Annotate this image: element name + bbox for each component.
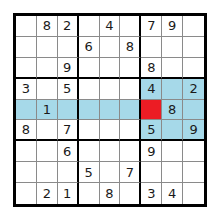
cell-r5c9[interactable] [183, 100, 204, 121]
cell-r9c9[interactable] [183, 183, 204, 204]
cell-r2c6[interactable]: 8 [120, 37, 141, 58]
cell-r4c6[interactable] [120, 79, 141, 100]
cell-r3c1[interactable] [16, 58, 37, 79]
cell-r1c6[interactable] [120, 16, 141, 37]
cell-r9c7[interactable]: 3 [141, 183, 162, 204]
sudoku-page: 8247968983542188759695721834 [0, 0, 220, 219]
cell-r6c4[interactable] [79, 120, 100, 141]
cell-r2c5[interactable] [100, 37, 121, 58]
cell-r7c5[interactable] [100, 141, 121, 162]
cell-r7c7[interactable]: 9 [141, 141, 162, 162]
cell-r9c4[interactable] [79, 183, 100, 204]
cell-r5c8[interactable]: 8 [162, 100, 183, 121]
cell-r8c6[interactable]: 7 [120, 162, 141, 183]
cell-r8c4[interactable]: 5 [79, 162, 100, 183]
cell-r3c3[interactable]: 9 [58, 58, 79, 79]
cell-r4c8[interactable] [162, 79, 183, 100]
cell-r9c5[interactable]: 8 [100, 183, 121, 204]
sudoku-board: 8247968983542188759695721834 [13, 13, 207, 207]
cell-r5c5[interactable] [100, 100, 121, 121]
cell-r3c4[interactable] [79, 58, 100, 79]
cell-r1c2[interactable]: 8 [37, 16, 58, 37]
cell-r4c1[interactable]: 3 [16, 79, 37, 100]
cell-r2c4[interactable]: 6 [79, 37, 100, 58]
cell-r6c3[interactable]: 7 [58, 120, 79, 141]
cell-r9c1[interactable] [16, 183, 37, 204]
cell-r2c8[interactable] [162, 37, 183, 58]
cell-r2c7[interactable] [141, 37, 162, 58]
cell-r8c7[interactable] [141, 162, 162, 183]
cell-r2c3[interactable] [58, 37, 79, 58]
cell-r8c2[interactable] [37, 162, 58, 183]
cell-r6c9[interactable]: 9 [183, 120, 204, 141]
cell-r8c3[interactable] [58, 162, 79, 183]
cell-r3c9[interactable] [183, 58, 204, 79]
cell-r3c8[interactable] [162, 58, 183, 79]
cell-r2c9[interactable] [183, 37, 204, 58]
cell-r3c6[interactable] [120, 58, 141, 79]
cell-r7c2[interactable] [37, 141, 58, 162]
cell-r5c1[interactable] [16, 100, 37, 121]
cell-r5c2[interactable]: 1 [37, 100, 58, 121]
cell-r1c8[interactable]: 9 [162, 16, 183, 37]
cell-r4c7[interactable]: 4 [141, 79, 162, 100]
cell-r1c7[interactable]: 7 [141, 16, 162, 37]
cell-r3c2[interactable] [37, 58, 58, 79]
cell-r3c5[interactable] [100, 58, 121, 79]
cell-r5c7[interactable] [141, 100, 162, 121]
cell-r8c5[interactable] [100, 162, 121, 183]
cell-r4c2[interactable] [37, 79, 58, 100]
cell-r1c9[interactable] [183, 16, 204, 37]
cell-r6c1[interactable]: 8 [16, 120, 37, 141]
cell-r9c8[interactable]: 4 [162, 183, 183, 204]
cell-r6c7[interactable]: 5 [141, 120, 162, 141]
cell-r7c9[interactable] [183, 141, 204, 162]
cell-r8c9[interactable] [183, 162, 204, 183]
cell-r6c5[interactable] [100, 120, 121, 141]
cell-r4c9[interactable]: 2 [183, 79, 204, 100]
cell-r1c3[interactable]: 2 [58, 16, 79, 37]
cell-r6c8[interactable] [162, 120, 183, 141]
cell-r9c2[interactable]: 2 [37, 183, 58, 204]
cell-r6c2[interactable] [37, 120, 58, 141]
cell-r5c3[interactable] [58, 100, 79, 121]
cell-r1c1[interactable] [16, 16, 37, 37]
cell-r3c7[interactable]: 8 [141, 58, 162, 79]
cell-r1c5[interactable]: 4 [100, 16, 121, 37]
cell-r7c4[interactable] [79, 141, 100, 162]
cell-r2c1[interactable] [16, 37, 37, 58]
cell-r2c2[interactable] [37, 37, 58, 58]
cell-r7c6[interactable] [120, 141, 141, 162]
cell-r4c4[interactable] [79, 79, 100, 100]
cell-r7c1[interactable] [16, 141, 37, 162]
cell-r5c4[interactable] [79, 100, 100, 121]
cell-r9c6[interactable] [120, 183, 141, 204]
cell-r4c5[interactable] [100, 79, 121, 100]
cell-r4c3[interactable]: 5 [58, 79, 79, 100]
cell-r7c8[interactable] [162, 141, 183, 162]
cell-r8c1[interactable] [16, 162, 37, 183]
cell-r6c6[interactable] [120, 120, 141, 141]
cell-r9c3[interactable]: 1 [58, 183, 79, 204]
cell-r8c8[interactable] [162, 162, 183, 183]
cell-r7c3[interactable]: 6 [58, 141, 79, 162]
cell-r1c4[interactable] [79, 16, 100, 37]
cell-r5c6[interactable] [120, 100, 141, 121]
